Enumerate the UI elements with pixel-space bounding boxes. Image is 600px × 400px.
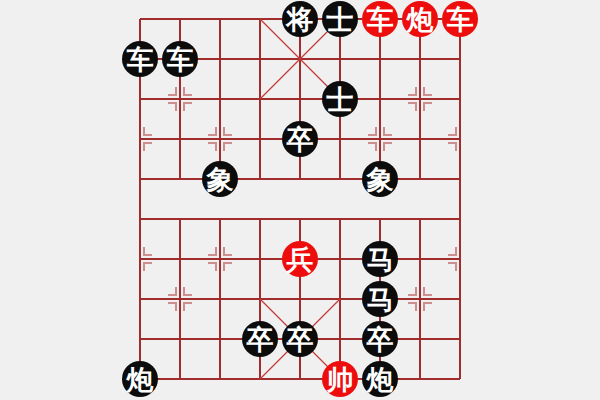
- piece-red-general[interactable]: 帅: [322, 361, 358, 397]
- xiangqi-board: 将士车炮车车车士卒象象兵马马卒卒卒炮帅炮: [0, 0, 600, 400]
- piece-black-soldier[interactable]: 卒: [282, 321, 318, 357]
- piece-black-cannon[interactable]: 炮: [362, 361, 398, 397]
- piece-black-advisor[interactable]: 士: [322, 81, 358, 117]
- piece-black-soldier[interactable]: 卒: [242, 321, 278, 357]
- piece-black-advisor[interactable]: 士: [322, 1, 358, 37]
- piece-black-elephant[interactable]: 象: [202, 161, 238, 197]
- piece-black-soldier[interactable]: 卒: [362, 321, 398, 357]
- piece-black-cannon[interactable]: 炮: [122, 361, 158, 397]
- board-grid: 将士车炮车车车士卒象象兵马马卒卒卒炮帅炮: [120, 0, 480, 399]
- piece-black-elephant[interactable]: 象: [362, 161, 398, 197]
- piece-red-soldier[interactable]: 兵: [282, 241, 318, 277]
- piece-black-soldier[interactable]: 卒: [282, 121, 318, 157]
- piece-red-chariot[interactable]: 车: [442, 1, 478, 37]
- piece-red-cannon[interactable]: 炮: [402, 1, 438, 37]
- piece-black-general[interactable]: 将: [282, 1, 318, 37]
- piece-black-chariot[interactable]: 车: [162, 41, 198, 77]
- piece-black-horse[interactable]: 马: [362, 281, 398, 317]
- piece-black-horse[interactable]: 马: [362, 241, 398, 277]
- piece-red-chariot[interactable]: 车: [362, 1, 398, 37]
- piece-black-chariot[interactable]: 车: [122, 41, 158, 77]
